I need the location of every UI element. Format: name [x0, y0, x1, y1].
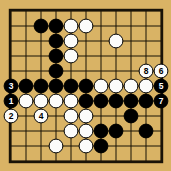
black-stone-icon: [124, 94, 138, 108]
stone-black-c5r6[interactable]: [64, 79, 78, 93]
stone-white-c3r8-move-4[interactable]: 4: [34, 109, 48, 123]
stone-black-c7r10[interactable]: [94, 139, 108, 153]
black-stone-icon: [34, 79, 48, 93]
stone-white-c8r3[interactable]: [109, 34, 123, 48]
stone-white-c4r10[interactable]: [49, 139, 63, 153]
black-stone-icon: [139, 124, 153, 138]
black-stone-icon: [49, 34, 63, 48]
stone-white-c11r5-move-6[interactable]: 6: [154, 64, 168, 78]
black-stone-icon: [49, 49, 63, 63]
stone-white-c5r4[interactable]: [64, 49, 78, 63]
move-number-label: 7: [159, 96, 164, 106]
black-stone-icon: [49, 19, 63, 33]
move-number-label: 2: [9, 111, 14, 121]
stone-white-c5r8[interactable]: [64, 109, 78, 123]
white-stone-icon: [79, 124, 93, 138]
white-stone-icon: [109, 79, 123, 93]
stone-white-c6r9[interactable]: [79, 124, 93, 138]
white-stone-icon: [49, 94, 63, 108]
stone-black-c10r7[interactable]: [139, 94, 153, 108]
stone-white-c6r2[interactable]: [79, 19, 93, 33]
white-stone-icon: [64, 124, 78, 138]
go-board-grid: 86351724: [0, 0, 171, 171]
stone-black-c8r7[interactable]: [109, 94, 123, 108]
stone-black-c2r6[interactable]: [19, 79, 33, 93]
black-stone-icon: [139, 94, 153, 108]
black-stone-icon: [49, 64, 63, 78]
stone-white-c5r2[interactable]: [64, 19, 78, 33]
stone-black-c8r9[interactable]: [109, 124, 123, 138]
black-stone-icon: [19, 79, 33, 93]
stone-white-c5r3[interactable]: [64, 34, 78, 48]
move-number-label: 4: [39, 111, 44, 121]
go-board[interactable]: 86351724: [0, 0, 171, 171]
stone-black-c3r6[interactable]: [34, 79, 48, 93]
stone-black-c4r4[interactable]: [49, 49, 63, 63]
black-stone-icon: [34, 19, 48, 33]
white-stone-icon: [79, 139, 93, 153]
black-stone-icon: [79, 94, 93, 108]
white-stone-icon: [64, 94, 78, 108]
white-stone-icon: [79, 109, 93, 123]
stone-black-c10r9[interactable]: [139, 124, 153, 138]
white-stone-icon: [79, 19, 93, 33]
white-stone-icon: [19, 94, 33, 108]
stone-white-c8r6[interactable]: [109, 79, 123, 93]
move-number-label: 3: [9, 81, 14, 91]
stone-white-c5r9[interactable]: [64, 124, 78, 138]
white-stone-icon: [64, 19, 78, 33]
white-stone-icon: [139, 79, 153, 93]
white-stone-icon: [64, 49, 78, 63]
white-stone-icon: [124, 79, 138, 93]
move-number-label: 8: [144, 66, 149, 76]
stone-white-c2r7[interactable]: [19, 94, 33, 108]
stone-black-c4r3[interactable]: [49, 34, 63, 48]
stone-white-c10r5-move-8[interactable]: 8: [139, 64, 153, 78]
stone-black-c9r8[interactable]: [124, 109, 138, 123]
stone-black-c11r7-move-7[interactable]: 7: [154, 94, 168, 108]
black-stone-icon: [124, 109, 138, 123]
stone-black-c6r6[interactable]: [79, 79, 93, 93]
stone-black-c3r2[interactable]: [34, 19, 48, 33]
white-stone-icon: [94, 79, 108, 93]
white-stone-icon: [109, 34, 123, 48]
stone-white-c1r8-move-2[interactable]: 2: [4, 109, 18, 123]
stone-black-c7r7[interactable]: [94, 94, 108, 108]
white-stone-icon: [49, 139, 63, 153]
stone-white-c10r6[interactable]: [139, 79, 153, 93]
stone-black-c11r6-move-5[interactable]: 5: [154, 79, 168, 93]
black-stone-icon: [109, 124, 123, 138]
move-number-label: 6: [159, 66, 164, 76]
black-stone-icon: [49, 79, 63, 93]
black-stone-icon: [94, 139, 108, 153]
stone-black-c1r6-move-3[interactable]: 3: [4, 79, 18, 93]
black-stone-icon: [94, 124, 108, 138]
stone-white-c9r6[interactable]: [124, 79, 138, 93]
stone-black-c4r6[interactable]: [49, 79, 63, 93]
white-stone-icon: [34, 94, 48, 108]
stone-black-c4r5[interactable]: [49, 64, 63, 78]
black-stone-icon: [64, 79, 78, 93]
stone-white-c3r7[interactable]: [34, 94, 48, 108]
stone-black-c1r7-move-1[interactable]: 1: [4, 94, 18, 108]
black-stone-icon: [94, 94, 108, 108]
stone-black-c9r7[interactable]: [124, 94, 138, 108]
stone-white-c4r7[interactable]: [49, 94, 63, 108]
black-stone-icon: [109, 94, 123, 108]
move-number-label: 5: [159, 81, 164, 91]
stone-white-c6r10[interactable]: [79, 139, 93, 153]
stone-white-c7r6[interactable]: [94, 79, 108, 93]
white-stone-icon: [64, 34, 78, 48]
move-number-label: 1: [9, 96, 14, 106]
black-stone-icon: [79, 79, 93, 93]
white-stone-icon: [64, 109, 78, 123]
stone-black-c7r9[interactable]: [94, 124, 108, 138]
stone-black-c6r7[interactable]: [79, 94, 93, 108]
stone-white-c6r8[interactable]: [79, 109, 93, 123]
stone-black-c4r2[interactable]: [49, 19, 63, 33]
stone-white-c5r7[interactable]: [64, 94, 78, 108]
